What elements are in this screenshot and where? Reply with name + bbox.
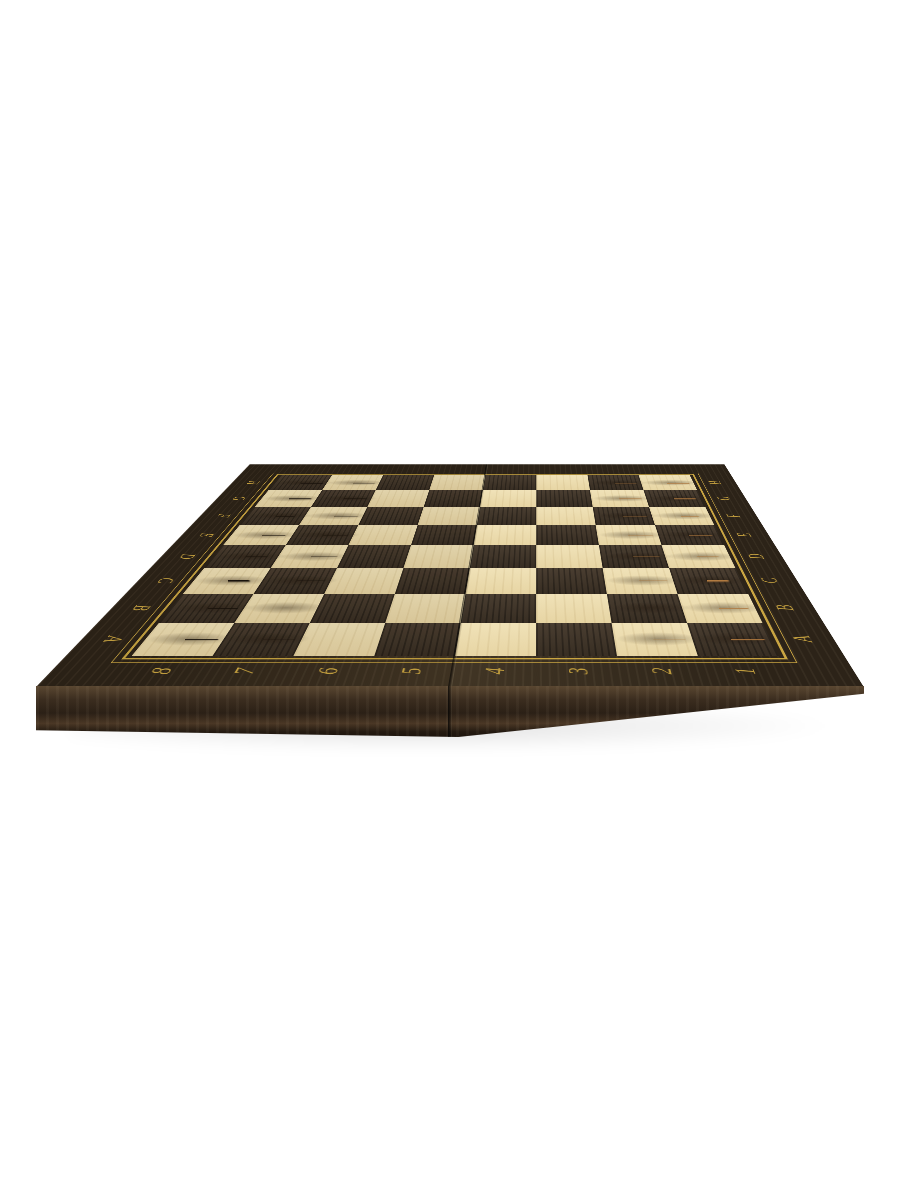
- rank-label-7: 7: [224, 664, 263, 678]
- square-d6[interactable]: [337, 545, 411, 568]
- file-label-h-right: H: [704, 480, 727, 486]
- square-e7[interactable]: [286, 525, 359, 545]
- rank-label-2: 2: [644, 664, 678, 678]
- square-g7[interactable]: [311, 490, 375, 506]
- square-c2[interactable]: [603, 568, 678, 594]
- square-e2[interactable]: [596, 525, 662, 545]
- square-d1[interactable]: [662, 545, 736, 568]
- square-h2[interactable]: [588, 475, 644, 490]
- square-b1[interactable]: [677, 594, 762, 623]
- rank-label-3: 3: [562, 664, 594, 678]
- square-h1[interactable]: [639, 475, 698, 490]
- square-g5[interactable]: [424, 490, 483, 506]
- file-label-g-right: G: [712, 495, 736, 501]
- square-e5[interactable]: [411, 525, 477, 545]
- file-label-d-right: D: [742, 552, 771, 560]
- square-a3[interactable]: [536, 623, 617, 656]
- square-d7[interactable]: [271, 545, 349, 568]
- square-h5[interactable]: [429, 475, 485, 490]
- front-edge-fold-seam: [448, 686, 452, 738]
- square-g4[interactable]: [480, 490, 536, 506]
- square-c5[interactable]: [395, 568, 470, 594]
- square-d3[interactable]: [536, 545, 602, 568]
- square-f5[interactable]: [418, 507, 480, 525]
- square-f7[interactable]: [299, 507, 367, 525]
- square-h3[interactable]: [536, 475, 590, 490]
- square-f4[interactable]: [477, 507, 536, 525]
- square-h7[interactable]: [322, 475, 383, 490]
- square-g3[interactable]: [536, 490, 592, 506]
- square-f1[interactable]: [649, 507, 714, 525]
- square-d5[interactable]: [403, 545, 473, 568]
- rank-label-8: 8: [140, 664, 182, 678]
- square-a5[interactable]: [374, 623, 460, 656]
- square-f6[interactable]: [358, 507, 423, 525]
- square-e6[interactable]: [348, 525, 417, 545]
- square-e1[interactable]: [655, 525, 724, 545]
- chess-set-photo-scene: 87654321AABBCCDDEEFFGGHH ♜♞♝♛♚♝♞♜♟♟♟♟♟♟♟…: [0, 0, 900, 1200]
- square-h6[interactable]: [376, 475, 435, 490]
- file-label-b-right: B: [768, 602, 801, 613]
- square-f3[interactable]: [536, 507, 595, 525]
- square-b5[interactable]: [385, 594, 465, 623]
- square-g1[interactable]: [644, 490, 706, 506]
- rank-label-6: 6: [309, 664, 346, 678]
- square-f2[interactable]: [593, 507, 655, 525]
- square-c3[interactable]: [536, 568, 607, 594]
- square-d2[interactable]: [599, 545, 669, 568]
- rank-label-1: 1: [726, 664, 763, 678]
- square-b2[interactable]: [607, 594, 687, 623]
- square-a1[interactable]: [687, 623, 779, 656]
- square-e3[interactable]: [536, 525, 599, 545]
- square-g2[interactable]: [590, 490, 649, 506]
- chess-board: 87654321AABBCCDDEEFFGGHH ♜♞♝♛♚♝♞♜♟♟♟♟♟♟♟…: [36, 464, 864, 687]
- square-b6[interactable]: [310, 594, 395, 623]
- square-h4[interactable]: [483, 475, 537, 490]
- square-b3[interactable]: [536, 594, 611, 623]
- square-c1[interactable]: [669, 568, 748, 594]
- square-c4[interactable]: [466, 568, 537, 594]
- square-a2[interactable]: [612, 623, 698, 656]
- square-d4[interactable]: [470, 545, 536, 568]
- square-e4[interactable]: [474, 525, 537, 545]
- square-b4[interactable]: [461, 594, 536, 623]
- square-a6[interactable]: [293, 623, 385, 656]
- file-label-c-right: C: [754, 576, 785, 586]
- rank-label-5: 5: [393, 664, 428, 678]
- rank-label-4: 4: [478, 664, 510, 678]
- file-label-f-right: F: [721, 512, 746, 519]
- square-a4[interactable]: [455, 623, 536, 656]
- file-label-e-right: E: [731, 531, 758, 539]
- square-c6[interactable]: [324, 568, 403, 594]
- square-g6[interactable]: [367, 490, 429, 506]
